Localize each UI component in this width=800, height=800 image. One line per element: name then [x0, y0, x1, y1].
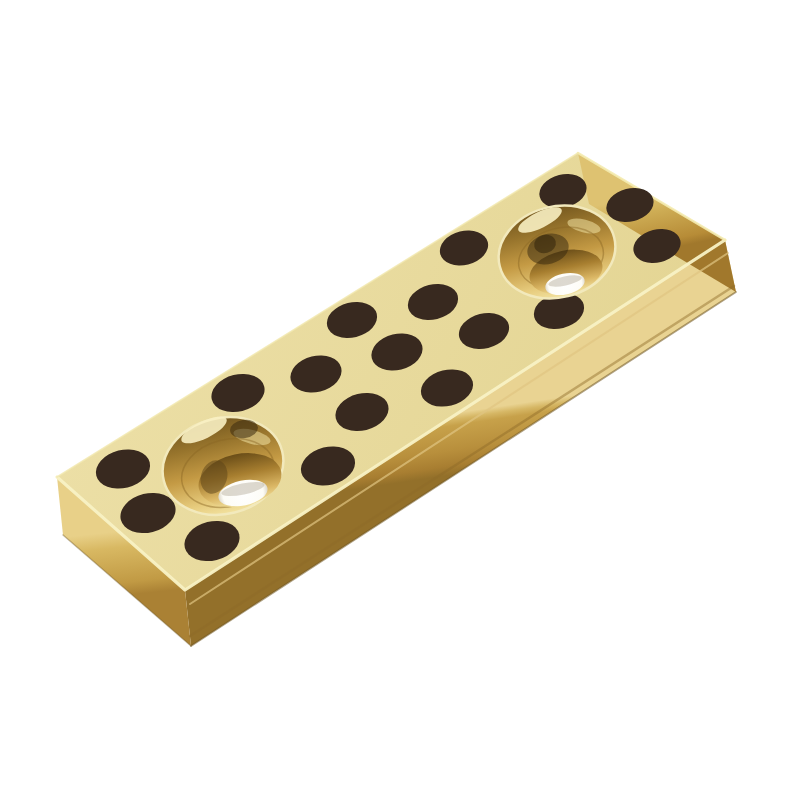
wear-plate-product-photo: [0, 0, 800, 800]
wear-plate-scene: [0, 0, 800, 800]
